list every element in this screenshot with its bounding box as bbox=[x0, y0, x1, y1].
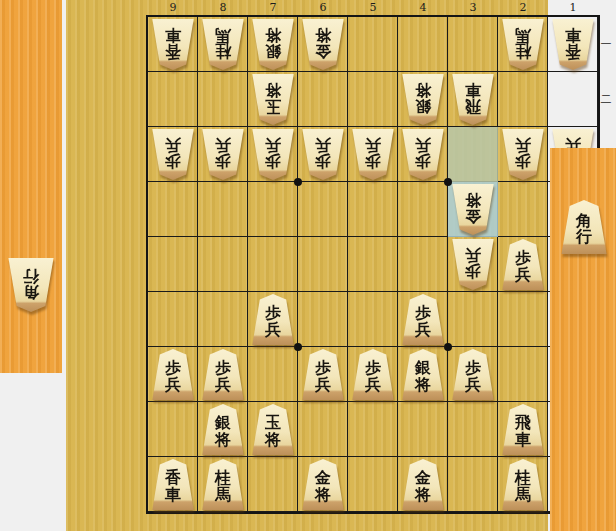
shogi-piece-gote[interactable]: 香車 bbox=[151, 19, 195, 70]
file-label: 6 bbox=[298, 1, 348, 15]
shogi-piece-gote[interactable]: 歩兵 bbox=[401, 129, 445, 180]
piece-face: 金将 bbox=[301, 19, 345, 70]
piece-kanji: 歩兵 bbox=[465, 360, 481, 393]
piece-face: 香車 bbox=[151, 19, 195, 70]
piece-face: 歩兵 bbox=[451, 349, 495, 400]
piece-face: 歩兵 bbox=[401, 294, 445, 345]
shogi-piece-gote[interactable]: 歩兵 bbox=[501, 129, 545, 180]
piece-face: 歩兵 bbox=[351, 129, 395, 180]
piece-kanji: 銀将 bbox=[415, 360, 431, 393]
piece-face: 歩兵 bbox=[251, 129, 295, 180]
shogi-piece-gote[interactable]: 金将 bbox=[451, 184, 495, 235]
piece-face: 歩兵 bbox=[501, 129, 545, 180]
piece-face: 歩兵 bbox=[251, 294, 295, 345]
piece-kanji: 桂馬 bbox=[515, 26, 531, 59]
piece-face: 歩兵 bbox=[401, 129, 445, 180]
shogi-piece-gote[interactable]: 角行 bbox=[7, 258, 55, 312]
piece-kanji: 香車 bbox=[565, 26, 581, 59]
shogi-piece-gote[interactable]: 歩兵 bbox=[251, 129, 295, 180]
shogi-piece-sente[interactable]: 桂馬 bbox=[201, 459, 245, 510]
piece-face: 歩兵 bbox=[151, 349, 195, 400]
piece-face: 桂馬 bbox=[201, 459, 245, 510]
piece-kanji: 歩兵 bbox=[215, 360, 231, 393]
shogi-piece-gote[interactable]: 銀将 bbox=[401, 74, 445, 125]
piece-kanji: 歩兵 bbox=[415, 136, 431, 169]
shogi-piece-sente[interactable]: 桂馬 bbox=[501, 459, 545, 510]
piece-kanji: 歩兵 bbox=[365, 136, 381, 169]
file-label: 4 bbox=[398, 1, 448, 15]
piece-face: 歩兵 bbox=[501, 239, 545, 290]
piece-kanji: 歩兵 bbox=[215, 136, 231, 169]
shogi-piece-sente[interactable]: 香車 bbox=[151, 459, 195, 510]
shogi-piece-gote[interactable]: 歩兵 bbox=[151, 129, 195, 180]
piece-kanji: 歩兵 bbox=[465, 246, 481, 279]
piece-face: 銀将 bbox=[201, 404, 245, 455]
piece-kanji: 銀将 bbox=[415, 81, 431, 114]
rank-label: 一 bbox=[599, 17, 613, 72]
piece-face: 金将 bbox=[401, 459, 445, 510]
piece-kanji: 角行 bbox=[576, 213, 592, 246]
piece-kanji: 歩兵 bbox=[265, 305, 281, 338]
shogi-app: 角行 987654321 一二三四五六七八九 香車桂馬銀将金将桂馬香車玉将銀将飛… bbox=[0, 0, 616, 531]
shogi-piece-gote[interactable]: 金将 bbox=[301, 19, 345, 70]
piece-face: 桂馬 bbox=[501, 459, 545, 510]
piece-face: 香車 bbox=[551, 19, 595, 70]
shogi-piece-gote[interactable]: 桂馬 bbox=[501, 19, 545, 70]
shogi-piece-sente[interactable]: 歩兵 bbox=[501, 239, 545, 290]
file-label: 5 bbox=[348, 1, 398, 15]
shogi-piece-sente[interactable]: 金将 bbox=[301, 459, 345, 510]
piece-kanji: 玉将 bbox=[265, 415, 281, 448]
piece-face: 桂馬 bbox=[501, 19, 545, 70]
gote-hand-tray: 角行 bbox=[0, 0, 62, 373]
piece-kanji: 桂馬 bbox=[215, 26, 231, 59]
piece-kanji: 歩兵 bbox=[365, 360, 381, 393]
piece-kanji: 歩兵 bbox=[265, 136, 281, 169]
shogi-piece-sente[interactable]: 歩兵 bbox=[351, 349, 395, 400]
piece-face: 玉将 bbox=[251, 404, 295, 455]
piece-face: 香車 bbox=[151, 459, 195, 510]
piece-kanji: 金将 bbox=[315, 470, 331, 503]
piece-kanji: 歩兵 bbox=[515, 136, 531, 169]
shogi-piece-sente[interactable]: 銀将 bbox=[401, 349, 445, 400]
piece-face: 歩兵 bbox=[301, 129, 345, 180]
piece-face: 桂馬 bbox=[201, 19, 245, 70]
shogi-piece-gote[interactable]: 玉将 bbox=[251, 74, 295, 125]
sente-hand-tray: 角行 bbox=[550, 148, 616, 531]
file-label: 1 bbox=[548, 1, 598, 15]
shogi-piece-sente[interactable]: 玉将 bbox=[251, 404, 295, 455]
piece-kanji: 歩兵 bbox=[415, 305, 431, 338]
shogi-piece-gote[interactable]: 歩兵 bbox=[301, 129, 345, 180]
shogi-board: 987654321 一二三四五六七八九 香車桂馬銀将金将桂馬香車玉将銀将飛車歩兵… bbox=[66, 0, 548, 531]
piece-kanji: 飛車 bbox=[465, 81, 481, 114]
piece-face: 飛車 bbox=[501, 404, 545, 455]
piece-face: 銀将 bbox=[401, 349, 445, 400]
piece-kanji: 銀将 bbox=[215, 415, 231, 448]
shogi-piece-sente[interactable]: 歩兵 bbox=[201, 349, 245, 400]
shogi-piece-gote[interactable]: 飛車 bbox=[451, 74, 495, 125]
piece-face: 角行 bbox=[7, 258, 55, 312]
piece-kanji: 歩兵 bbox=[315, 136, 331, 169]
piece-face: 歩兵 bbox=[351, 349, 395, 400]
file-labels: 987654321 bbox=[148, 1, 598, 15]
piece-face: 金将 bbox=[451, 184, 495, 235]
piece-kanji: 飛車 bbox=[515, 415, 531, 448]
shogi-piece-sente[interactable]: 歩兵 bbox=[451, 349, 495, 400]
file-label: 9 bbox=[148, 1, 198, 15]
piece-kanji: 金将 bbox=[465, 191, 481, 224]
piece-face: 飛車 bbox=[451, 74, 495, 125]
shogi-piece-sente[interactable]: 歩兵 bbox=[251, 294, 295, 345]
piece-face: 角行 bbox=[560, 200, 608, 254]
shogi-piece-sente[interactable]: 金将 bbox=[401, 459, 445, 510]
file-label: 2 bbox=[498, 1, 548, 15]
file-label: 3 bbox=[448, 1, 498, 15]
piece-kanji: 玉将 bbox=[265, 81, 281, 114]
shogi-piece-gote[interactable]: 歩兵 bbox=[451, 239, 495, 290]
piece-kanji: 香車 bbox=[165, 26, 181, 59]
shogi-piece-sente[interactable]: 角行 bbox=[560, 200, 608, 254]
piece-face: 歩兵 bbox=[151, 129, 195, 180]
rank-label: 二 bbox=[599, 72, 613, 127]
shogi-piece-gote[interactable]: 歩兵 bbox=[201, 129, 245, 180]
piece-face: 歩兵 bbox=[451, 239, 495, 290]
piece-kanji: 歩兵 bbox=[165, 136, 181, 169]
piece-face: 銀将 bbox=[401, 74, 445, 125]
file-label: 8 bbox=[198, 1, 248, 15]
piece-face: 玉将 bbox=[251, 74, 295, 125]
shogi-piece-sente[interactable]: 歩兵 bbox=[301, 349, 345, 400]
shogi-piece-gote[interactable]: 歩兵 bbox=[351, 129, 395, 180]
piece-kanji: 歩兵 bbox=[165, 360, 181, 393]
shogi-piece-sente[interactable]: 歩兵 bbox=[151, 349, 195, 400]
board-grid[interactable]: 香車桂馬銀将金将桂馬香車玉将銀将飛車歩兵歩兵歩兵歩兵歩兵歩兵歩兵歩兵金将歩兵歩兵… bbox=[146, 15, 600, 514]
piece-kanji: 香車 bbox=[165, 470, 181, 503]
piece-face: 銀将 bbox=[251, 19, 295, 70]
piece-kanji: 歩兵 bbox=[515, 250, 531, 283]
piece-face: 歩兵 bbox=[201, 349, 245, 400]
piece-kanji: 桂馬 bbox=[515, 470, 531, 503]
piece-kanji: 金将 bbox=[315, 26, 331, 59]
piece-face: 歩兵 bbox=[301, 349, 345, 400]
shogi-piece-gote[interactable]: 銀将 bbox=[251, 19, 295, 70]
shogi-piece-sente[interactable]: 銀将 bbox=[201, 404, 245, 455]
shogi-piece-sente[interactable]: 飛車 bbox=[501, 404, 545, 455]
piece-kanji: 角行 bbox=[23, 267, 39, 300]
piece-face: 金将 bbox=[301, 459, 345, 510]
shogi-piece-gote[interactable]: 香車 bbox=[551, 19, 595, 70]
piece-kanji: 金将 bbox=[415, 470, 431, 503]
piece-kanji: 銀将 bbox=[265, 26, 281, 59]
piece-kanji: 歩兵 bbox=[315, 360, 331, 393]
piece-face: 歩兵 bbox=[201, 129, 245, 180]
last-move-highlight bbox=[448, 127, 498, 182]
shogi-piece-gote[interactable]: 桂馬 bbox=[201, 19, 245, 70]
file-label: 7 bbox=[248, 1, 298, 15]
piece-kanji: 桂馬 bbox=[215, 470, 231, 503]
shogi-piece-sente[interactable]: 歩兵 bbox=[401, 294, 445, 345]
